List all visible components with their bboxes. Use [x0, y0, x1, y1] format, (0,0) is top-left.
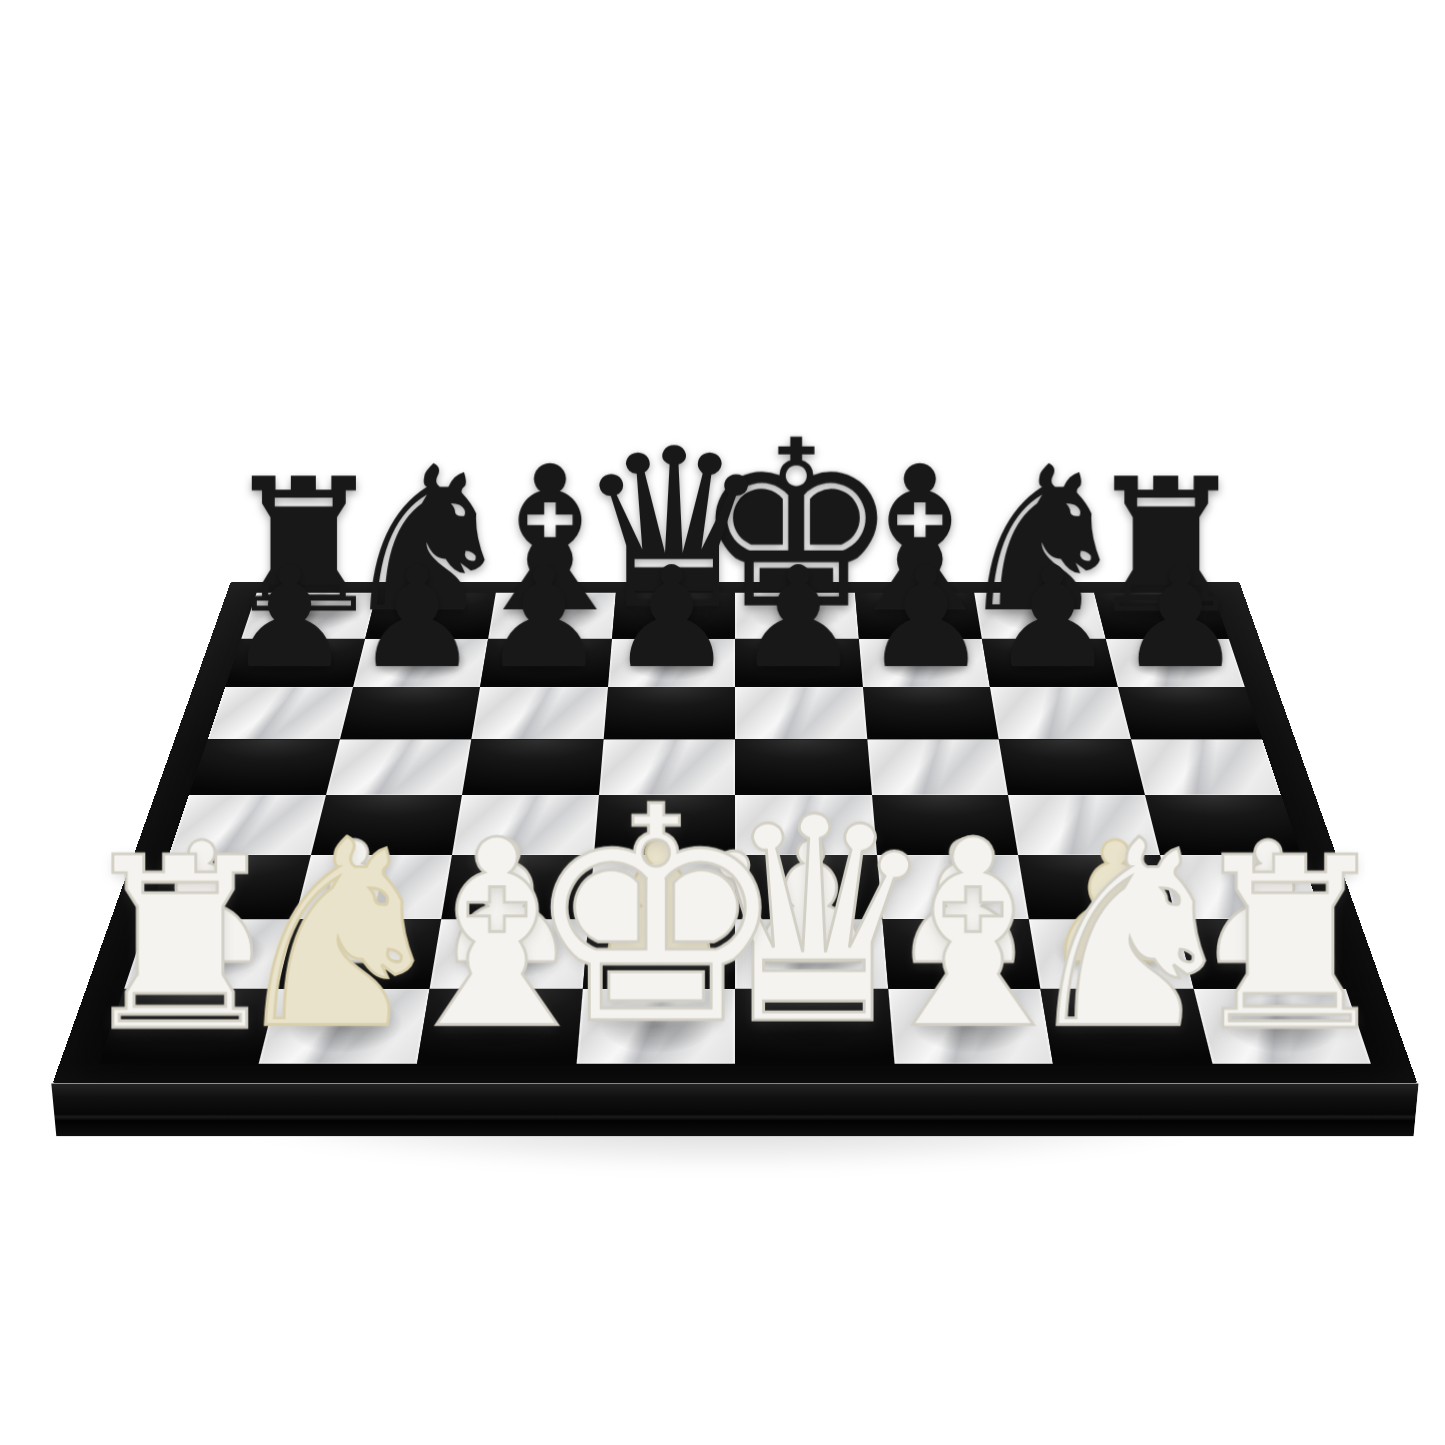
black-pawn-b7: ♟: [354, 551, 479, 684]
square-h7: ♟: [1105, 639, 1245, 688]
square-d7: ♟: [608, 639, 735, 688]
scene: ♜♞♝♛♚♝♞♜♟♟♟♟♟♟♟♟♟♟♟♟♟♟♟♟♜♞♝♚♛♝♞♜: [0, 0, 1445, 1445]
square-f6: [862, 687, 998, 739]
square-d6: [603, 687, 735, 739]
black-pawn-a7: ♟: [227, 551, 352, 684]
square-g7: ♟: [982, 639, 1118, 688]
square-f7: ♟: [858, 639, 990, 688]
white-knight-g1: ♞: [1016, 813, 1247, 1058]
board-front-edge: [51, 1083, 1418, 1136]
square-g6: [990, 687, 1131, 739]
square-c7: ♟: [480, 639, 612, 688]
black-pawn-h7: ♟: [1117, 551, 1242, 684]
board-grid: ♜♞♝♛♚♝♞♜♟♟♟♟♟♟♟♟♟♟♟♟♟♟♟♟♜♞♝♚♛♝♞♜: [99, 593, 1371, 1064]
black-pawn-c7: ♟: [482, 551, 607, 684]
square-g1: ♞: [1040, 989, 1212, 1064]
black-pawn-g7: ♟: [990, 551, 1115, 684]
square-h6: [1117, 687, 1262, 739]
square-e7: ♟: [735, 639, 862, 688]
square-a7: ♟: [225, 639, 365, 688]
square-b6: [339, 687, 480, 739]
product-photo: ♜♞♝♛♚♝♞♜♟♟♟♟♟♟♟♟♟♟♟♟♟♟♟♟♜♞♝♚♛♝♞♜: [0, 0, 1445, 1445]
square-a6: [208, 687, 353, 739]
square-e6: [735, 687, 867, 739]
chess-board: ♜♞♝♛♚♝♞♜♟♟♟♟♟♟♟♟♟♟♟♟♟♟♟♟♜♞♝♚♛♝♞♜: [52, 582, 1417, 1084]
square-c6: [471, 687, 607, 739]
black-pawn-d7: ♟: [609, 551, 734, 684]
white-king-d1: ♚: [523, 776, 789, 1058]
square-d1: ♚: [576, 989, 735, 1064]
black-pawn-e7: ♟: [736, 551, 861, 684]
black-pawn-f7: ♟: [863, 551, 988, 684]
square-b7: ♟: [353, 639, 489, 688]
